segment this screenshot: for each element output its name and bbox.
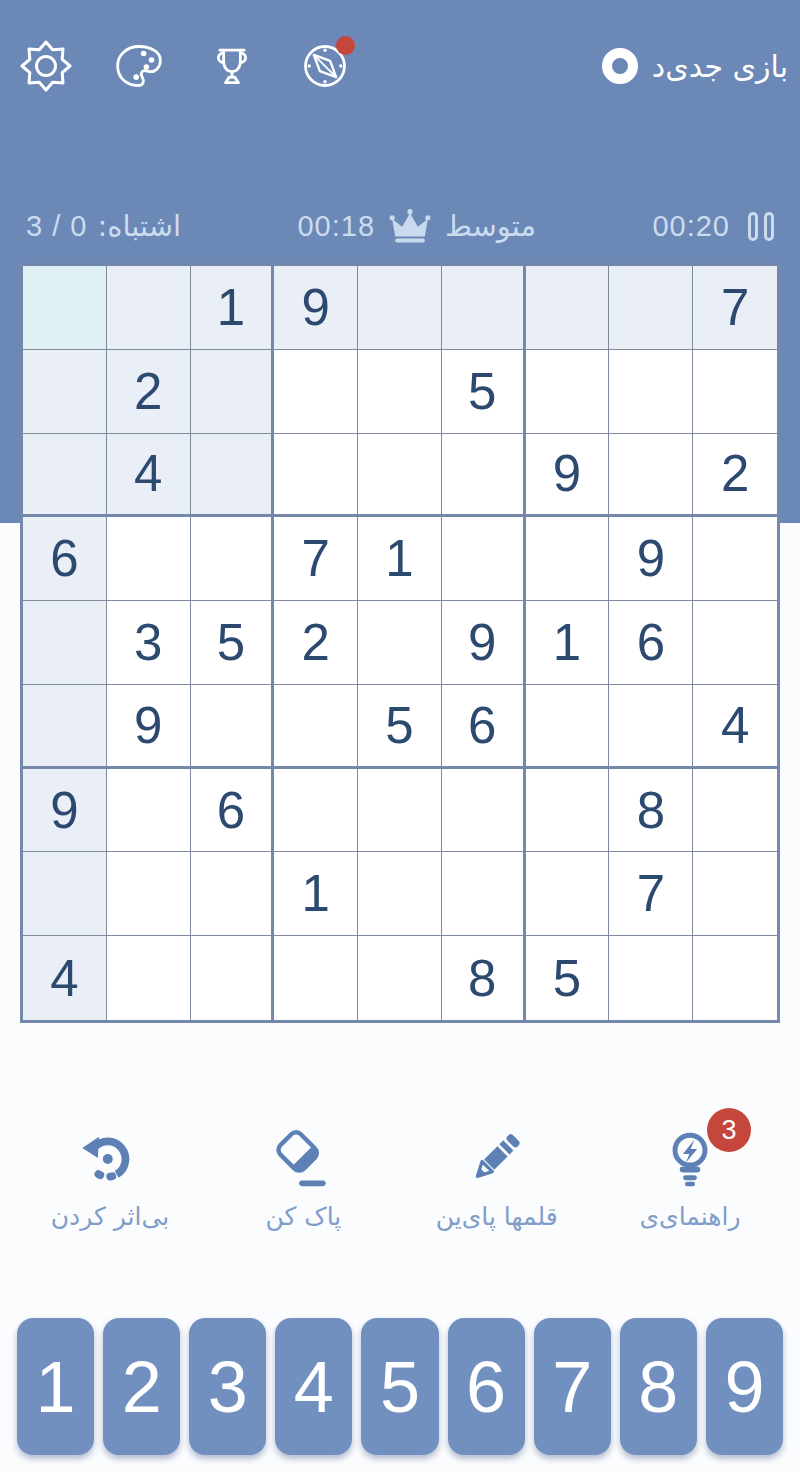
cell-r2c1[interactable]: [23, 350, 107, 434]
cell-r3c9[interactable]: 2: [693, 434, 777, 518]
cell-r4c1[interactable]: 6: [23, 517, 107, 601]
cell-r7c5[interactable]: [358, 769, 442, 853]
new-game-button[interactable]: بازی جدی‌د: [600, 46, 788, 86]
sudoku-app-screen: بازی جدی‌د اشتباه: 0 / 3 00:18 متوسط 00:…: [0, 0, 800, 1472]
cell-r6c6[interactable]: 6: [442, 685, 526, 769]
cell-r1c1[interactable]: [23, 266, 107, 350]
pause-bar: [748, 212, 758, 241]
cell-r5c1[interactable]: [23, 601, 107, 685]
given-digit: 9: [302, 278, 330, 337]
cell-r7c6[interactable]: [442, 769, 526, 853]
given-digit: 5: [385, 696, 413, 755]
settings-gear-icon[interactable]: [20, 40, 72, 92]
cell-r7c8[interactable]: 8: [609, 769, 693, 853]
cell-r7c2[interactable]: [107, 769, 191, 853]
cell-r8c8[interactable]: 7: [609, 852, 693, 936]
cell-r7c4[interactable]: [274, 769, 358, 853]
timer-value: 00:20: [652, 210, 730, 243]
given-digit: 6: [217, 781, 245, 840]
cell-r3c1[interactable]: [23, 434, 107, 518]
cell-r6c9[interactable]: 4: [693, 685, 777, 769]
given-digit: 4: [50, 949, 78, 1008]
difficulty-and-best-time: 00:18 متوسط: [297, 206, 536, 246]
numpad-button-8[interactable]: 8: [620, 1318, 697, 1455]
given-digit: 1: [385, 529, 413, 588]
cell-r9c2[interactable]: [107, 936, 191, 1020]
given-digit: 4: [721, 696, 749, 755]
cell-r1c4[interactable]: 9: [274, 266, 358, 350]
given-digit: 4: [134, 444, 162, 503]
crown-icon: [387, 206, 433, 246]
cell-r7c9[interactable]: [693, 769, 777, 853]
given-digit: 1: [553, 613, 581, 672]
cell-r4c3[interactable]: [191, 517, 275, 601]
sudoku-board: 197254926719352916956496817485: [20, 263, 780, 1023]
given-digit: 5: [468, 362, 496, 421]
cell-r1c7[interactable]: [526, 266, 610, 350]
given-digit: 1: [217, 278, 245, 337]
cell-r8c6[interactable]: [442, 852, 526, 936]
cell-r4c6[interactable]: [442, 517, 526, 601]
hint-label: راهنمای‌ی: [640, 1202, 741, 1231]
given-digit: 8: [637, 781, 665, 840]
eraser-icon: [272, 1124, 334, 1190]
cell-r5c6[interactable]: 9: [442, 601, 526, 685]
cell-r8c2[interactable]: [107, 852, 191, 936]
cell-r2c8[interactable]: [609, 350, 693, 434]
cell-r8c4[interactable]: 1: [274, 852, 358, 936]
cell-r9c3[interactable]: [191, 936, 275, 1020]
cell-r4c7[interactable]: [526, 517, 610, 601]
cell-r4c8[interactable]: 9: [609, 517, 693, 601]
trophy-icon[interactable]: [206, 40, 258, 92]
pencil-icon: [466, 1124, 528, 1190]
cell-r8c3[interactable]: [191, 852, 275, 936]
given-digit: 5: [217, 613, 245, 672]
cell-r6c7[interactable]: [526, 685, 610, 769]
given-digit: 3: [134, 613, 162, 672]
best-time: 00:18: [297, 210, 375, 243]
cell-r3c5[interactable]: [358, 434, 442, 518]
cell-r9c9[interactable]: [693, 936, 777, 1020]
number-pad: 123456789: [0, 1318, 800, 1455]
given-digit: 7: [302, 529, 330, 588]
cell-r9c5[interactable]: [358, 936, 442, 1020]
undo-label: بی‌اثر کردن: [51, 1202, 170, 1231]
cell-r1c3[interactable]: 1: [191, 266, 275, 350]
cell-r4c9[interactable]: [693, 517, 777, 601]
cell-r9c7[interactable]: 5: [526, 936, 610, 1020]
cell-r2c7[interactable]: [526, 350, 610, 434]
numpad-button-7[interactable]: 7: [534, 1318, 611, 1455]
theme-palette-icon[interactable]: [113, 40, 165, 92]
cell-r2c2[interactable]: 2: [107, 350, 191, 434]
numpad-button-5[interactable]: 5: [361, 1318, 438, 1455]
cell-r4c4[interactable]: 7: [274, 517, 358, 601]
cell-r8c7[interactable]: [526, 852, 610, 936]
given-digit: 9: [468, 613, 496, 672]
cell-r1c9[interactable]: 7: [693, 266, 777, 350]
cell-r1c6[interactable]: [442, 266, 526, 350]
cell-r4c2[interactable]: [107, 517, 191, 601]
cell-r8c9[interactable]: [693, 852, 777, 936]
cell-r6c8[interactable]: [609, 685, 693, 769]
mistakes-label: اشتباه:: [97, 209, 181, 243]
given-digit: 8: [468, 949, 496, 1008]
numpad-button-6[interactable]: 6: [448, 1318, 525, 1455]
pencil-notes-label: قلمها پای‌ین: [436, 1202, 558, 1231]
cell-r3c7[interactable]: 9: [526, 434, 610, 518]
cell-r3c2[interactable]: 4: [107, 434, 191, 518]
top-bar-icons: [20, 40, 351, 92]
cell-r6c2[interactable]: 9: [107, 685, 191, 769]
cell-r7c1[interactable]: 9: [23, 769, 107, 853]
given-digit: 6: [50, 529, 78, 588]
top-bar: بازی جدی‌د: [0, 28, 800, 104]
erase-label: پاک کن: [265, 1202, 341, 1231]
cell-r9c4[interactable]: [274, 936, 358, 1020]
daily-challenge-compass-icon[interactable]: [299, 40, 351, 92]
cell-r3c8[interactable]: [609, 434, 693, 518]
pause-bar: [764, 212, 774, 241]
given-digit: 9: [637, 529, 665, 588]
cell-r9c8[interactable]: [609, 936, 693, 1020]
erase-button[interactable]: پاک کن: [233, 1124, 373, 1231]
given-digit: 7: [637, 864, 665, 923]
given-digit: 9: [134, 696, 162, 755]
numpad-button-1[interactable]: 1: [17, 1318, 94, 1455]
status-bar: اشتباه: 0 / 3 00:18 متوسط 00:20: [0, 196, 800, 256]
cell-r1c8[interactable]: [609, 266, 693, 350]
hint-bulb-icon: 3: [659, 1124, 721, 1190]
given-digit: 5: [553, 949, 581, 1008]
given-digit: 1: [302, 864, 330, 923]
tools-bar: بی‌اثر کردن پاک کن: [0, 1124, 800, 1231]
new-game-label: بازی جدی‌د: [652, 49, 788, 84]
pencil-notes-button[interactable]: قلمها پای‌ین: [427, 1124, 567, 1231]
cell-r4c5[interactable]: 1: [358, 517, 442, 601]
cell-r5c7[interactable]: 1: [526, 601, 610, 685]
cell-r2c6[interactable]: 5: [442, 350, 526, 434]
cell-r5c2[interactable]: 3: [107, 601, 191, 685]
numpad-button-2[interactable]: 2: [103, 1318, 180, 1455]
cell-r8c5[interactable]: [358, 852, 442, 936]
numpad-button-9[interactable]: 9: [706, 1318, 783, 1455]
given-digit: 2: [721, 444, 749, 503]
given-digit: 2: [302, 613, 330, 672]
cell-r5c5[interactable]: [358, 601, 442, 685]
cell-r6c1[interactable]: [23, 685, 107, 769]
undo-icon: [79, 1124, 141, 1190]
cell-r1c2[interactable]: [107, 266, 191, 350]
hint-button[interactable]: 3 راهنمای‌ی: [620, 1124, 760, 1231]
cell-r5c4[interactable]: 2: [274, 601, 358, 685]
cell-r5c9[interactable]: [693, 601, 777, 685]
cell-r5c8[interactable]: 6: [609, 601, 693, 685]
cell-r3c6[interactable]: [442, 434, 526, 518]
new-game-ring-icon: [600, 46, 640, 86]
given-digit: 7: [721, 278, 749, 337]
numpad-button-3[interactable]: 3: [189, 1318, 266, 1455]
cell-r7c7[interactable]: [526, 769, 610, 853]
cell-r9c6[interactable]: 8: [442, 936, 526, 1020]
notification-dot: [336, 36, 355, 55]
timer-group: 00:20: [652, 210, 774, 243]
cell-r7c3[interactable]: 6: [191, 769, 275, 853]
cell-r2c3[interactable]: [191, 350, 275, 434]
cell-r8c1[interactable]: [23, 852, 107, 936]
cell-r3c4[interactable]: [274, 434, 358, 518]
cell-r2c9[interactable]: [693, 350, 777, 434]
cell-r6c3[interactable]: [191, 685, 275, 769]
given-digit: 6: [468, 696, 496, 755]
cell-r6c5[interactable]: 5: [358, 685, 442, 769]
mistakes-counter: اشتباه: 0 / 3: [26, 209, 181, 243]
given-digit: 9: [553, 444, 581, 503]
pause-button[interactable]: [748, 212, 774, 241]
hint-count-badge: 3: [707, 1108, 751, 1152]
cell-r9c1[interactable]: 4: [23, 936, 107, 1020]
given-digit: 9: [50, 781, 78, 840]
given-digit: 6: [637, 613, 665, 672]
cell-r3c3[interactable]: [191, 434, 275, 518]
undo-button[interactable]: بی‌اثر کردن: [40, 1124, 180, 1231]
difficulty-label: متوسط: [445, 209, 536, 243]
cell-r1c5[interactable]: [358, 266, 442, 350]
mistakes-value: 0 / 3: [26, 210, 87, 243]
numpad-button-4[interactable]: 4: [275, 1318, 352, 1455]
cell-r6c4[interactable]: [274, 685, 358, 769]
given-digit: 2: [134, 362, 162, 421]
cell-r5c3[interactable]: 5: [191, 601, 275, 685]
cell-r2c5[interactable]: [358, 350, 442, 434]
cell-r2c4[interactable]: [274, 350, 358, 434]
